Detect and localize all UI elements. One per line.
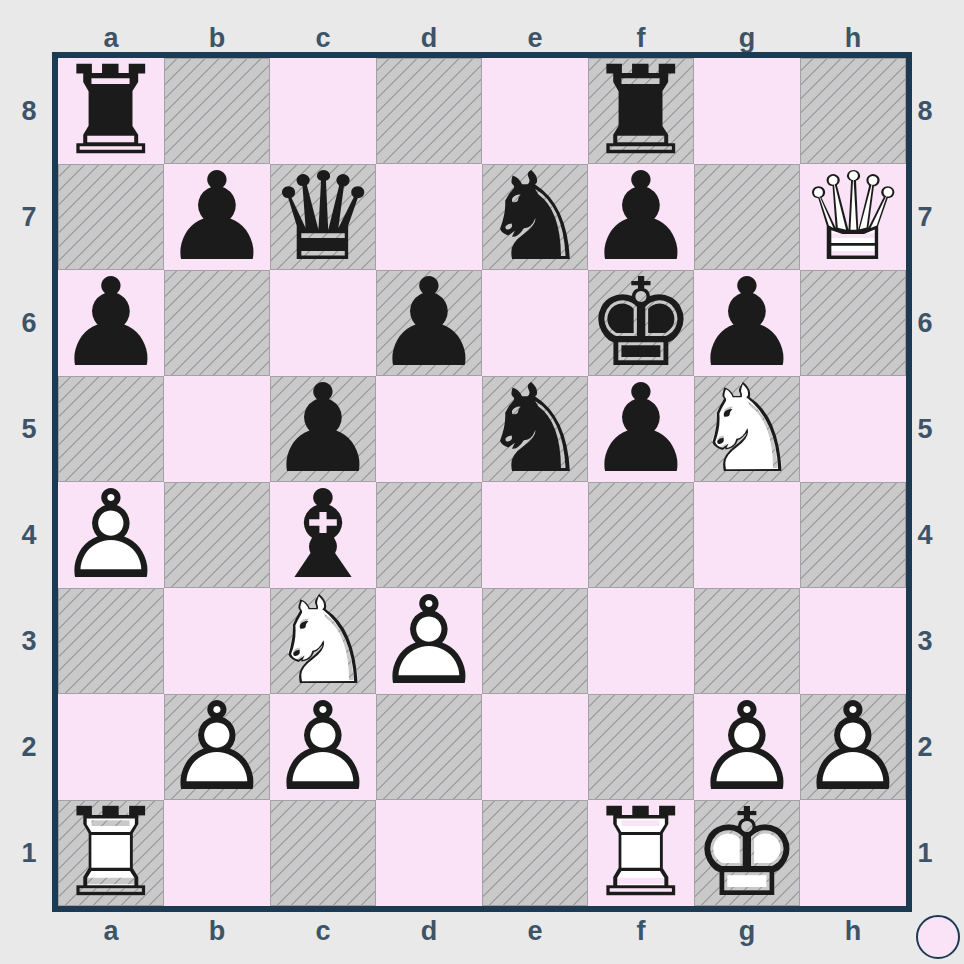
square-a4[interactable]: ♟♙ bbox=[58, 482, 164, 588]
square-h8[interactable] bbox=[800, 58, 906, 164]
file-label-h: h bbox=[800, 916, 906, 946]
black-pawn: ♟ bbox=[588, 164, 694, 270]
file-label-b: b bbox=[164, 23, 270, 53]
white-pawn-fill: ♟ bbox=[694, 694, 800, 800]
white-knight-fill: ♞ bbox=[694, 376, 800, 482]
square-b4[interactable] bbox=[164, 482, 270, 588]
square-a7[interactable] bbox=[58, 164, 164, 270]
black-rook: ♜ bbox=[588, 58, 694, 164]
white-pawn: ♙ bbox=[270, 694, 376, 800]
black-pawn: ♟ bbox=[376, 270, 482, 376]
rank-label-6: 6 bbox=[908, 270, 942, 376]
file-label-f: f bbox=[588, 23, 694, 53]
rank-label-4: 4 bbox=[12, 482, 46, 588]
white-knight: ♘ bbox=[270, 588, 376, 694]
black-pawn: ♟ bbox=[164, 164, 270, 270]
square-g4[interactable] bbox=[694, 482, 800, 588]
black-bishop: ♝ bbox=[270, 482, 376, 588]
square-b6[interactable] bbox=[164, 270, 270, 376]
file-label-d: d bbox=[376, 916, 482, 946]
square-h6[interactable] bbox=[800, 270, 906, 376]
square-b8[interactable] bbox=[164, 58, 270, 164]
square-h5[interactable] bbox=[800, 376, 906, 482]
white-rook: ♖ bbox=[58, 800, 164, 906]
square-g3[interactable] bbox=[694, 588, 800, 694]
file-label-c: c bbox=[270, 23, 376, 53]
white-rook-fill: ♜ bbox=[58, 800, 164, 906]
square-d1[interactable] bbox=[376, 800, 482, 906]
square-b5[interactable] bbox=[164, 376, 270, 482]
white-pawn: ♙ bbox=[58, 482, 164, 588]
rank-label-7: 7 bbox=[12, 164, 46, 270]
white-pawn-fill: ♟ bbox=[58, 482, 164, 588]
square-e1[interactable] bbox=[482, 800, 588, 906]
side-to-move-indicator bbox=[916, 915, 960, 959]
square-c7[interactable]: ♛ bbox=[270, 164, 376, 270]
square-d4[interactable] bbox=[376, 482, 482, 588]
rank-label-6: 6 bbox=[12, 270, 46, 376]
square-b2[interactable]: ♟♙ bbox=[164, 694, 270, 800]
white-pawn: ♙ bbox=[164, 694, 270, 800]
black-knight: ♞ bbox=[482, 376, 588, 482]
square-a3[interactable] bbox=[58, 588, 164, 694]
board: ♜♜♟♛♞♟♛♕♟♟♚♟♟♞♟♞♘♟♙♝♞♘♟♙♟♙♟♙♟♙♟♙♜♖♜♖♚♔ bbox=[58, 58, 906, 906]
rank-label-3: 3 bbox=[12, 588, 46, 694]
square-c6[interactable] bbox=[270, 270, 376, 376]
file-label-g: g bbox=[694, 916, 800, 946]
file-label-f: f bbox=[588, 916, 694, 946]
white-king: ♔ bbox=[694, 800, 800, 906]
square-a5[interactable] bbox=[58, 376, 164, 482]
square-h4[interactable] bbox=[800, 482, 906, 588]
square-h2[interactable]: ♟♙ bbox=[800, 694, 906, 800]
rank-label-2: 2 bbox=[908, 694, 942, 800]
square-e5[interactable]: ♞ bbox=[482, 376, 588, 482]
square-d8[interactable] bbox=[376, 58, 482, 164]
square-h3[interactable] bbox=[800, 588, 906, 694]
square-c5[interactable]: ♟ bbox=[270, 376, 376, 482]
file-label-h: h bbox=[800, 23, 906, 53]
white-queen: ♕ bbox=[800, 164, 906, 270]
square-b7[interactable]: ♟ bbox=[164, 164, 270, 270]
black-pawn: ♟ bbox=[270, 376, 376, 482]
white-pawn-fill: ♟ bbox=[376, 588, 482, 694]
board-frame: ♜♜♟♛♞♟♛♕♟♟♚♟♟♞♟♞♘♟♙♝♞♘♟♙♟♙♟♙♟♙♟♙♜♖♜♖♚♔ bbox=[52, 52, 912, 912]
square-d2[interactable] bbox=[376, 694, 482, 800]
white-rook-fill: ♜ bbox=[588, 800, 694, 906]
white-queen-fill: ♛ bbox=[800, 164, 906, 270]
white-knight: ♘ bbox=[694, 376, 800, 482]
square-c4[interactable]: ♝ bbox=[270, 482, 376, 588]
square-a2[interactable] bbox=[58, 694, 164, 800]
white-pawn-fill: ♟ bbox=[270, 694, 376, 800]
square-d7[interactable] bbox=[376, 164, 482, 270]
white-pawn: ♙ bbox=[694, 694, 800, 800]
rank-label-2: 2 bbox=[12, 694, 46, 800]
square-f3[interactable] bbox=[588, 588, 694, 694]
file-label-b: b bbox=[164, 916, 270, 946]
file-label-e: e bbox=[482, 916, 588, 946]
rank-label-1: 1 bbox=[908, 800, 942, 906]
square-c2[interactable]: ♟♙ bbox=[270, 694, 376, 800]
white-king-fill: ♚ bbox=[694, 800, 800, 906]
white-rook: ♖ bbox=[588, 800, 694, 906]
rank-label-5: 5 bbox=[12, 376, 46, 482]
file-label-c: c bbox=[270, 916, 376, 946]
square-a8[interactable]: ♜ bbox=[58, 58, 164, 164]
square-c8[interactable] bbox=[270, 58, 376, 164]
black-pawn: ♟ bbox=[694, 270, 800, 376]
square-a1[interactable]: ♜♖ bbox=[58, 800, 164, 906]
rank-label-4: 4 bbox=[908, 482, 942, 588]
file-label-d: d bbox=[376, 23, 482, 53]
black-pawn: ♟ bbox=[588, 376, 694, 482]
black-queen: ♛ bbox=[270, 164, 376, 270]
rank-label-1: 1 bbox=[12, 800, 46, 906]
square-a6[interactable]: ♟ bbox=[58, 270, 164, 376]
rank-label-8: 8 bbox=[908, 58, 942, 164]
square-e8[interactable] bbox=[482, 58, 588, 164]
square-e6[interactable] bbox=[482, 270, 588, 376]
rank-label-8: 8 bbox=[12, 58, 46, 164]
white-pawn: ♙ bbox=[376, 588, 482, 694]
square-d5[interactable] bbox=[376, 376, 482, 482]
square-g5[interactable]: ♞♘ bbox=[694, 376, 800, 482]
square-b1[interactable] bbox=[164, 800, 270, 906]
file-label-a: a bbox=[58, 23, 164, 53]
square-g1[interactable]: ♚♔ bbox=[694, 800, 800, 906]
square-g2[interactable]: ♟♙ bbox=[694, 694, 800, 800]
rank-label-7: 7 bbox=[908, 164, 942, 270]
square-g7[interactable] bbox=[694, 164, 800, 270]
square-f5[interactable]: ♟ bbox=[588, 376, 694, 482]
square-c1[interactable] bbox=[270, 800, 376, 906]
square-f4[interactable] bbox=[588, 482, 694, 588]
black-king: ♚ bbox=[588, 270, 694, 376]
white-pawn-fill: ♟ bbox=[800, 694, 906, 800]
square-e2[interactable] bbox=[482, 694, 588, 800]
white-pawn-fill: ♟ bbox=[164, 694, 270, 800]
square-e7[interactable]: ♞ bbox=[482, 164, 588, 270]
chess-diagram-page: { "game": "chess", "position": { "fen": … bbox=[0, 0, 964, 964]
square-f8[interactable]: ♜ bbox=[588, 58, 694, 164]
file-labels-bottom: abcdefgh bbox=[58, 916, 906, 946]
white-knight-fill: ♞ bbox=[270, 588, 376, 694]
file-labels-top: abcdefgh bbox=[58, 23, 906, 53]
square-f2[interactable] bbox=[588, 694, 694, 800]
rank-label-5: 5 bbox=[908, 376, 942, 482]
black-knight: ♞ bbox=[482, 164, 588, 270]
rank-labels-right: 87654321 bbox=[908, 58, 942, 906]
square-e3[interactable] bbox=[482, 588, 588, 694]
file-label-g: g bbox=[694, 23, 800, 53]
square-g8[interactable] bbox=[694, 58, 800, 164]
black-rook: ♜ bbox=[58, 58, 164, 164]
square-h7[interactable]: ♛♕ bbox=[800, 164, 906, 270]
rank-labels-left: 87654321 bbox=[12, 58, 46, 906]
square-c3[interactable]: ♞♘ bbox=[270, 588, 376, 694]
black-pawn: ♟ bbox=[58, 270, 164, 376]
square-h1[interactable] bbox=[800, 800, 906, 906]
file-label-a: a bbox=[58, 916, 164, 946]
square-d3[interactable]: ♟♙ bbox=[376, 588, 482, 694]
square-f7[interactable]: ♟ bbox=[588, 164, 694, 270]
square-d6[interactable]: ♟ bbox=[376, 270, 482, 376]
rank-label-3: 3 bbox=[908, 588, 942, 694]
square-f6[interactable]: ♚ bbox=[588, 270, 694, 376]
square-b3[interactable] bbox=[164, 588, 270, 694]
white-pawn: ♙ bbox=[800, 694, 906, 800]
square-g6[interactable]: ♟ bbox=[694, 270, 800, 376]
file-label-e: e bbox=[482, 23, 588, 53]
square-f1[interactable]: ♜♖ bbox=[588, 800, 694, 906]
square-e4[interactable] bbox=[482, 482, 588, 588]
